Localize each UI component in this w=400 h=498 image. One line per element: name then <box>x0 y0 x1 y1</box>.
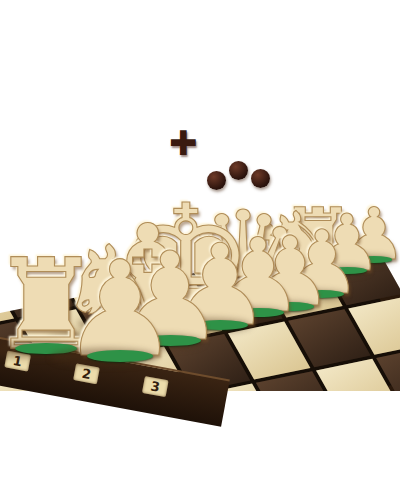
board-coordinate-label: 1 <box>4 351 31 372</box>
king-cross-finial: ✚ <box>169 126 198 160</box>
queen-crown-bead <box>251 169 270 188</box>
queen-crown-bead <box>207 171 226 190</box>
board-coordinate-label: 3 <box>142 376 169 397</box>
queen-crown-bead <box>229 161 248 180</box>
board-coordinate-label: 2 <box>73 363 100 384</box>
photo-canvas: 123 ♜♞♝♚♛♝♞♜♟♟♟♟♟♟♟♟✚ <box>0 0 400 498</box>
